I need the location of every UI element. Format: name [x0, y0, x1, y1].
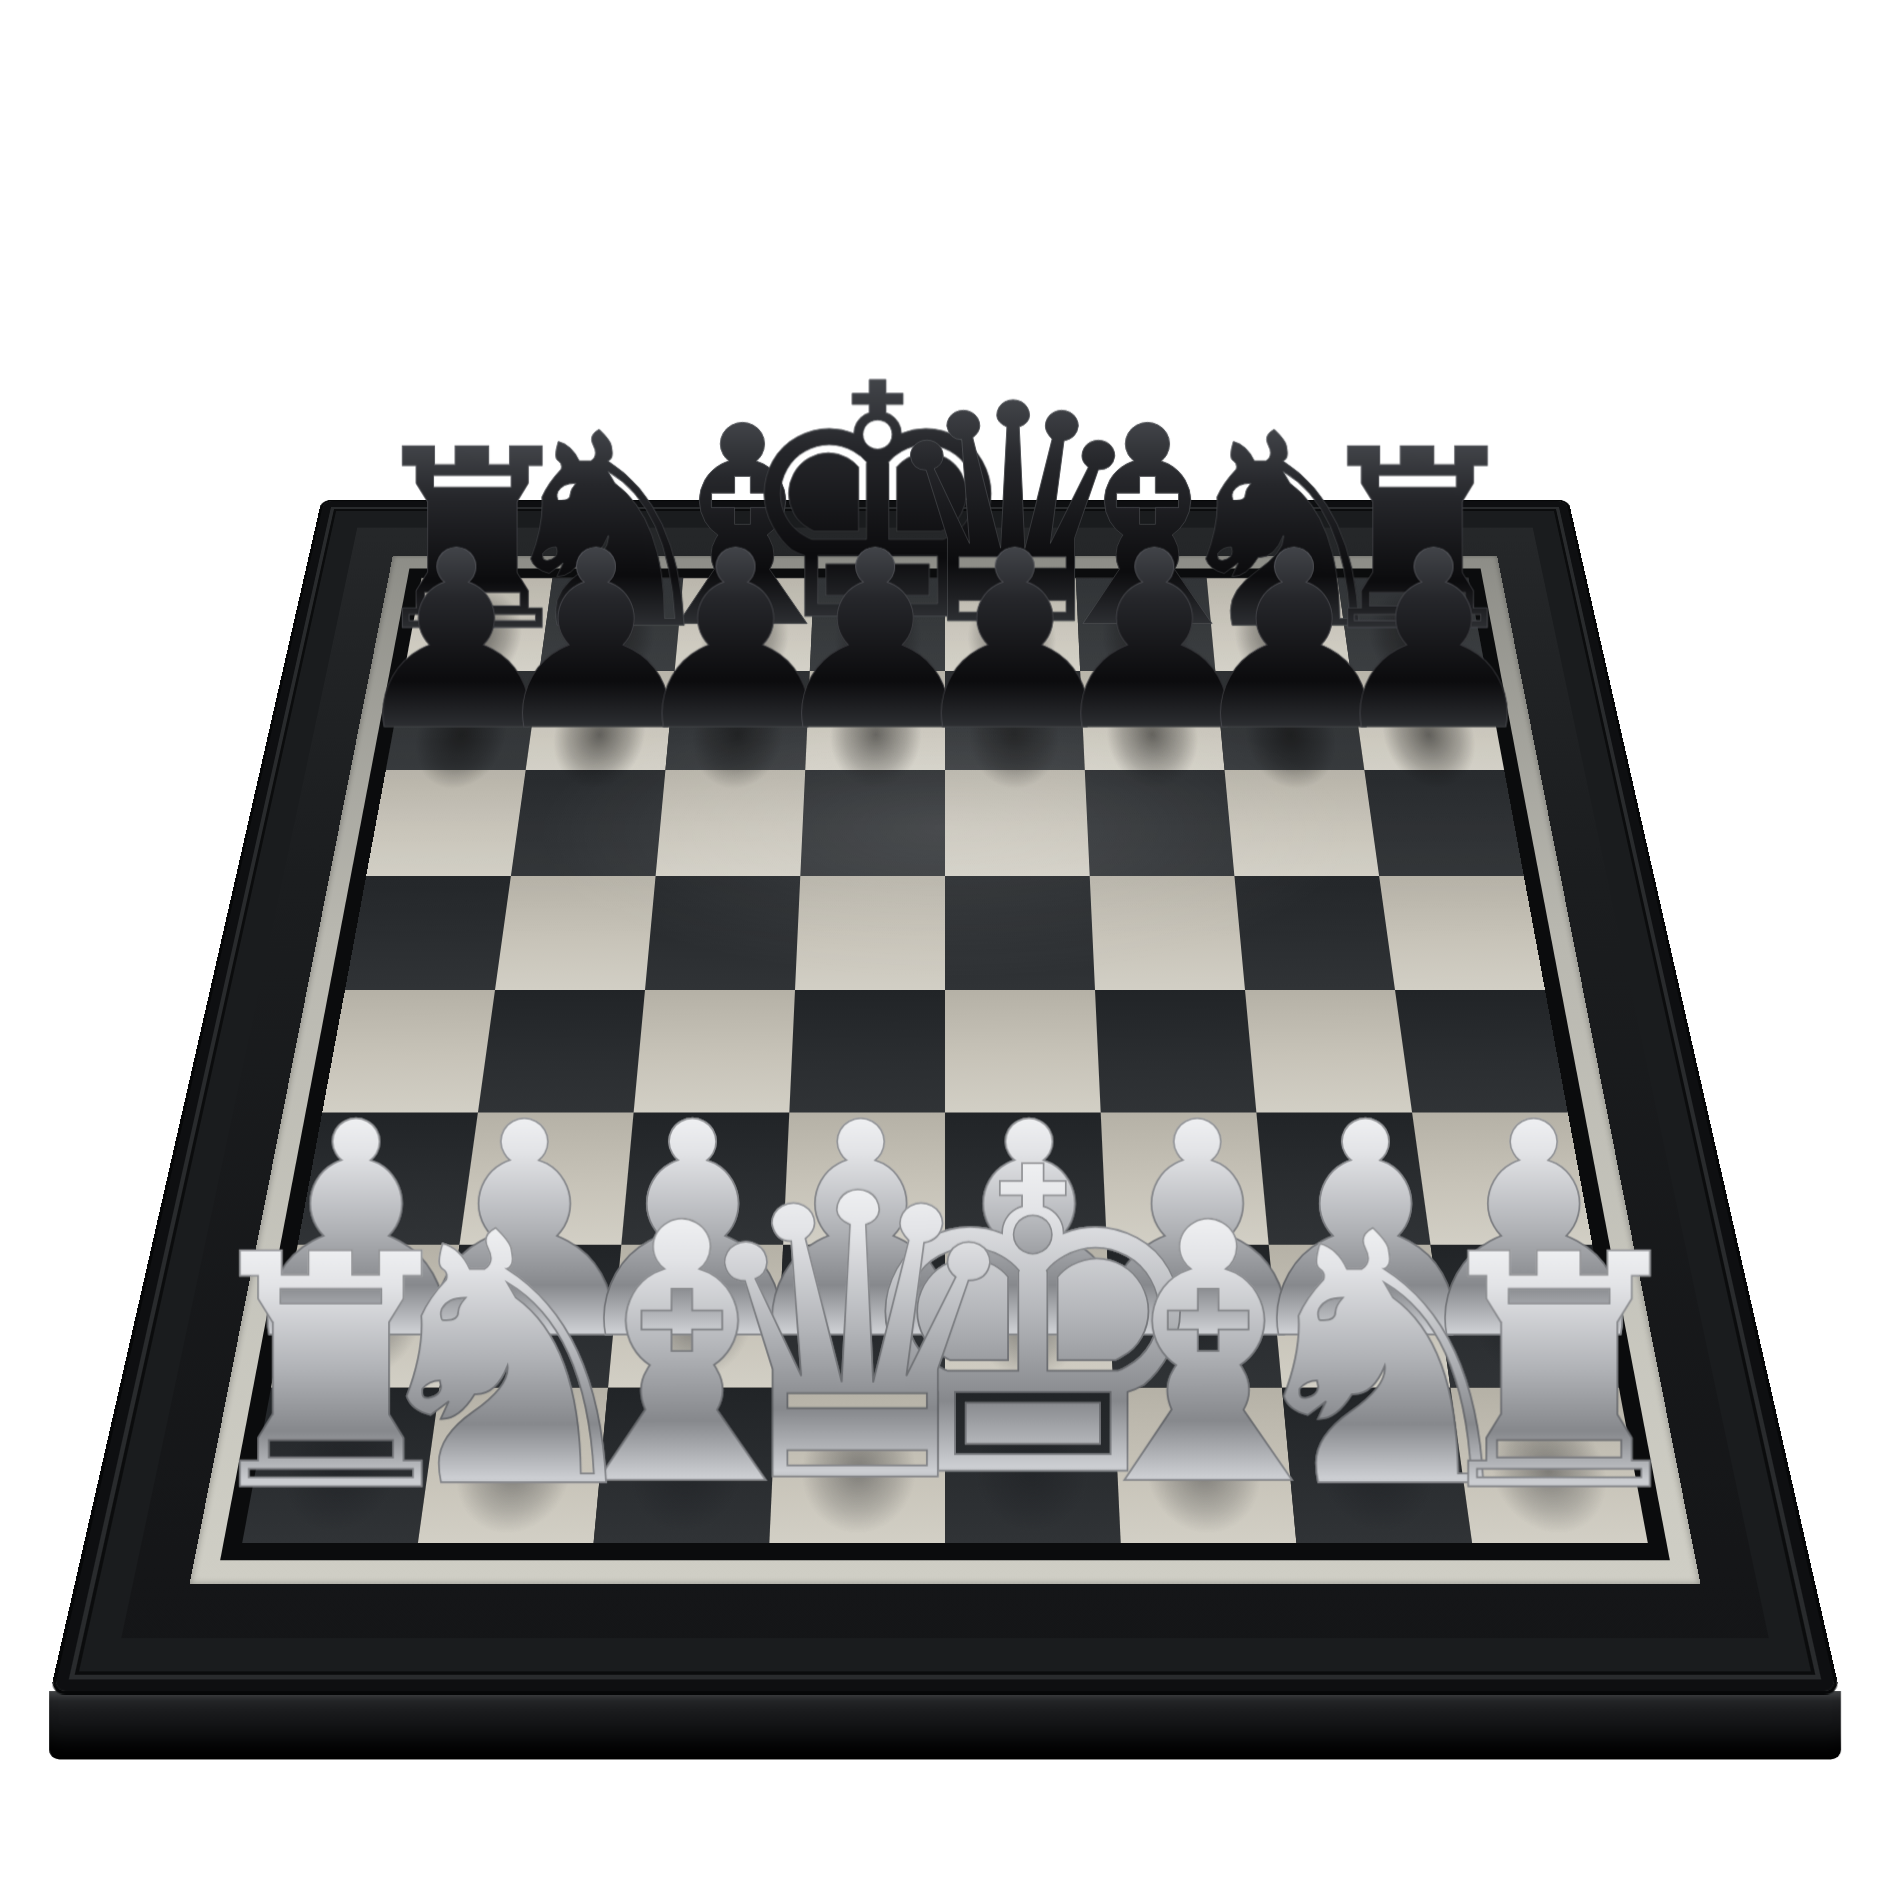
square-h1: ♜ — [1450, 1388, 1647, 1543]
black-pawn-glyph: ♟ — [1324, 522, 1544, 763]
black-pawn: ♟ — [1324, 522, 1544, 763]
square-c6 — [656, 770, 806, 876]
square-h7: ♟ — [1351, 671, 1505, 770]
board-front-edge — [49, 1691, 1841, 1759]
square-d5 — [795, 876, 945, 990]
board-frame: ♜♞♝♚♛♝♞♜♟♟♟♟♟♟♟♟♟♟♟♟♟♟♟♟♜♞♝♛♚♝♞♜ — [54, 501, 1836, 1691]
board-inner-margin: ♜♞♝♚♛♝♞♜♟♟♟♟♟♟♟♟♟♟♟♟♟♟♟♟♜♞♝♛♚♝♞♜ — [220, 569, 1670, 1561]
square-b5 — [495, 876, 656, 990]
board-metal-trim: ♜♞♝♚♛♝♞♜♟♟♟♟♟♟♟♟♟♟♟♟♟♟♟♟♜♞♝♛♚♝♞♜ — [189, 556, 1700, 1585]
chess-board-3d: ♜♞♝♚♛♝♞♜♟♟♟♟♟♟♟♟♟♟♟♟♟♟♟♟♜♞♝♛♚♝♞♜ — [54, 501, 1836, 1691]
square-h6 — [1364, 770, 1524, 876]
square-a1: ♜ — [242, 1388, 439, 1543]
square-g5 — [1234, 876, 1395, 990]
square-f6 — [1085, 770, 1235, 876]
white-queen-glyph: ♛ — [681, 1147, 1033, 1532]
product-photo-canvas: ♜♞♝♚♛♝♞♜♟♟♟♟♟♟♟♟♟♟♟♟♟♟♟♟♜♞♝♛♚♝♞♜ — [0, 0, 1890, 1890]
square-a5 — [345, 876, 511, 990]
white-rook: ♜ — [1414, 1216, 1703, 1532]
chess-grid: ♜♞♝♚♛♝♞♜♟♟♟♟♟♟♟♟♟♟♟♟♟♟♟♟♜♞♝♛♚♝♞♜ — [242, 578, 1648, 1543]
square-a6 — [366, 770, 526, 876]
square-b6 — [511, 770, 666, 876]
square-g6 — [1225, 770, 1380, 876]
square-d6 — [800, 770, 945, 876]
square-c5 — [645, 876, 800, 990]
square-d1: ♛ — [769, 1388, 945, 1543]
white-rook-glyph: ♜ — [186, 1216, 475, 1532]
square-e5 — [945, 876, 1095, 990]
scene-3d: ♜♞♝♚♛♝♞♜♟♟♟♟♟♟♟♟♟♟♟♟♟♟♟♟♜♞♝♛♚♝♞♜ — [0, 0, 1890, 1890]
square-h5 — [1379, 876, 1545, 990]
square-e6 — [945, 770, 1090, 876]
white-rook-glyph: ♜ — [1414, 1216, 1703, 1532]
white-queen: ♛ — [681, 1147, 1033, 1532]
white-rook: ♜ — [186, 1216, 475, 1532]
square-f5 — [1090, 876, 1245, 990]
